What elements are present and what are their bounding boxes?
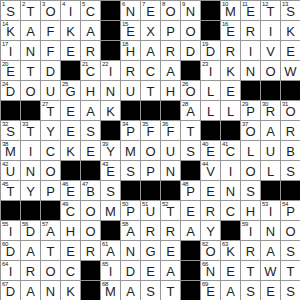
grid-cell[interactable]: A	[261, 121, 281, 141]
cell-letter: Y	[201, 225, 220, 239]
grid-cell[interactable]: E	[181, 201, 201, 221]
grid-cell[interactable]: 20E	[1, 61, 21, 81]
black-cell	[201, 1, 221, 21]
grid-cell[interactable]: K	[61, 141, 81, 161]
grid-cell[interactable]: 12T	[261, 1, 281, 21]
grid-cell[interactable]: 44V	[201, 161, 221, 181]
cell-letter: R	[81, 45, 100, 59]
grid-cell[interactable]: I	[241, 41, 261, 61]
cell-letter: K	[101, 105, 120, 119]
cell-letter: E	[221, 85, 240, 99]
grid-cell[interactable]: N	[161, 161, 181, 181]
grid-cell[interactable]: S	[241, 281, 261, 300]
grid-cell[interactable]: 64I	[1, 261, 21, 281]
grid-cell[interactable]: I	[261, 21, 281, 41]
grid-cell[interactable]: E	[161, 241, 181, 261]
cell-letter: E	[201, 145, 220, 159]
grid-cell[interactable]: R	[81, 241, 101, 261]
black-cell	[61, 61, 81, 81]
grid-cell[interactable]: D	[121, 261, 141, 281]
cell-letter: N	[181, 5, 200, 19]
grid-cell[interactable]: A	[81, 101, 101, 121]
grid-cell[interactable]: 33T	[21, 121, 41, 141]
cell-letter: N	[21, 165, 40, 179]
grid-cell[interactable]: O	[21, 81, 41, 101]
cell-letter: I	[201, 65, 220, 79]
grid-cell[interactable]: L	[201, 81, 221, 101]
grid-cell[interactable]: A	[121, 281, 141, 300]
grid-cell[interactable]: 9N	[181, 1, 201, 21]
grid-cell[interactable]: 2T	[21, 1, 41, 21]
grid-cell[interactable]: X	[141, 21, 161, 41]
grid-cell[interactable]: M	[101, 201, 121, 221]
cell-letter: I	[1, 265, 20, 279]
cell-letter: E	[61, 245, 80, 259]
cell-letter: U	[141, 205, 160, 219]
cell-letter: C	[61, 205, 80, 219]
grid-cell[interactable]: N	[21, 41, 41, 61]
grid-cell[interactable]: 8O	[161, 1, 181, 21]
cell-letter: I	[101, 265, 120, 279]
grid-cell[interactable]: F	[41, 41, 61, 61]
black-cell	[181, 261, 201, 281]
cell-letter: R	[221, 45, 240, 59]
grid-cell[interactable]: 29P	[241, 101, 261, 121]
cell-letter: R	[241, 245, 260, 259]
grid-cell[interactable]: 5C	[81, 1, 101, 21]
grid-cell[interactable]: 11E	[241, 1, 261, 21]
grid-cell[interactable]: 7E	[141, 1, 161, 21]
grid-cell[interactable]: S	[81, 121, 101, 141]
grid-cell[interactable]: R	[121, 61, 141, 81]
grid-cell[interactable]: R	[201, 201, 221, 221]
grid-cell[interactable]: O	[41, 261, 61, 281]
grid-cell[interactable]: 40E	[201, 141, 221, 161]
grid-cell[interactable]: U	[161, 141, 181, 161]
cell-letter: I	[241, 225, 260, 239]
cell-letter: H	[61, 225, 80, 239]
black-cell	[181, 61, 201, 81]
cell-letter: E	[261, 285, 280, 299]
grid-cell[interactable]: A	[21, 281, 41, 300]
grid-cell[interactable]: H	[161, 81, 181, 101]
grid-cell[interactable]: 60D	[1, 241, 21, 261]
cell-letter: L	[221, 105, 240, 119]
cell-letter: D	[1, 245, 20, 259]
grid-cell[interactable]: W	[261, 261, 281, 281]
grid-cell[interactable]: U	[41, 81, 61, 101]
cell-letter: A	[221, 285, 240, 299]
grid-cell[interactable]: 55I	[1, 221, 21, 241]
cell-letter: E	[161, 245, 180, 259]
cell-letter: W	[281, 65, 300, 79]
grid-cell[interactable]: R	[141, 221, 161, 241]
grid-cell[interactable]: D	[181, 41, 201, 61]
grid-cell[interactable]: A	[261, 241, 281, 261]
grid-cell[interactable]: 26O	[181, 81, 201, 101]
cell-letter: M	[101, 285, 120, 299]
grid-cell[interactable]: C	[61, 261, 81, 281]
cell-letter: R	[281, 125, 300, 139]
grid-cell[interactable]: L	[261, 161, 281, 181]
black-cell	[221, 121, 241, 141]
grid-cell[interactable]: 51U	[141, 201, 161, 221]
grid-cell[interactable]: 57A	[41, 221, 61, 241]
grid-cell[interactable]: R	[161, 221, 181, 241]
cell-letter: H	[161, 85, 180, 99]
cell-letter: E	[181, 205, 200, 219]
grid-cell[interactable]: K	[101, 101, 121, 121]
grid-cell[interactable]: N	[241, 61, 261, 81]
black-cell	[21, 201, 41, 221]
grid-cell[interactable]: 39Y	[101, 141, 121, 161]
grid-cell[interactable]: N	[41, 281, 61, 300]
grid-cell[interactable]: 10M	[221, 1, 241, 21]
grid-cell[interactable]: B	[281, 141, 300, 161]
grid-cell[interactable]: 54P	[281, 201, 300, 221]
grid-cell[interactable]: A	[221, 281, 241, 300]
cell-letter: E	[201, 185, 220, 199]
cell-letter: U	[161, 145, 180, 159]
cell-letter: P	[281, 205, 300, 219]
cell-letter: T	[281, 265, 300, 279]
grid-cell[interactable]: T	[241, 261, 261, 281]
cell-letter: R	[241, 25, 260, 39]
grid-cell[interactable]: 14K	[1, 21, 21, 41]
grid-cell[interactable]: R	[221, 41, 241, 61]
cell-letter: I	[241, 45, 260, 59]
grid-cell[interactable]: O	[261, 61, 281, 81]
grid-cell[interactable]: 35F	[141, 121, 161, 141]
cell-letter: U	[261, 145, 280, 159]
cell-letter: O	[81, 205, 100, 219]
grid-cell[interactable]: A	[21, 241, 41, 261]
cell-letter: I	[1, 45, 20, 59]
grid-cell[interactable]: H	[61, 221, 81, 241]
grid-cell[interactable]: 62O	[201, 241, 221, 261]
black-cell	[141, 181, 161, 201]
cell-letter: M	[121, 145, 140, 159]
grid-cell[interactable]: O	[181, 21, 201, 41]
cell-letter: O	[41, 165, 60, 179]
grid-cell[interactable]: E	[201, 181, 221, 201]
grid-cell[interactable]: I	[221, 161, 241, 181]
black-cell	[101, 21, 121, 41]
grid-cell[interactable]: 65I	[101, 261, 121, 281]
grid-cell[interactable]: A	[161, 61, 181, 81]
grid-cell[interactable]: 21C	[81, 61, 101, 81]
grid-cell[interactable]: 69E	[201, 281, 221, 300]
grid-cell[interactable]: T	[21, 61, 41, 81]
grid-cell[interactable]: E	[61, 121, 81, 141]
grid-cell[interactable]: M	[121, 141, 141, 161]
grid-cell[interactable]: T	[281, 261, 300, 281]
grid-cell[interactable]: E	[81, 141, 101, 161]
grid-cell[interactable]: 43E	[101, 161, 121, 181]
grid-cell[interactable]: S	[241, 181, 261, 201]
grid-cell[interactable]: 46E	[61, 181, 81, 201]
grid-cell[interactable]: V	[261, 41, 281, 61]
black-cell	[101, 41, 121, 61]
cell-letter: A	[261, 125, 280, 139]
grid-cell[interactable]: P	[161, 21, 181, 41]
cell-letter: N	[121, 245, 140, 259]
grid-cell[interactable]: 36F	[161, 121, 181, 141]
cell-letter: K	[1, 25, 20, 39]
grid-cell[interactable]: 25G	[61, 81, 81, 101]
cell-letter: T	[21, 65, 40, 79]
grid-cell[interactable]: T	[181, 121, 201, 141]
grid-cell[interactable]: F	[41, 21, 61, 41]
grid-cell[interactable]: 61A	[101, 241, 121, 261]
cell-letter: I	[221, 165, 240, 179]
grid-cell[interactable]: 23I	[201, 61, 221, 81]
cell-letter: Y	[41, 125, 60, 139]
grid-cell[interactable]: 27T	[41, 101, 61, 121]
grid-cell[interactable]: E	[261, 281, 281, 300]
grid-cell[interactable]: 32S	[1, 121, 21, 141]
grid-cell[interactable]: A	[161, 261, 181, 281]
grid-cell[interactable]: O	[41, 161, 61, 181]
cell-letter: I	[61, 5, 80, 19]
cell-letter: D	[1, 285, 20, 299]
grid-cell[interactable]: U	[261, 141, 281, 161]
grid-cell[interactable]: T	[161, 281, 181, 300]
cell-letter: O	[181, 85, 200, 99]
grid-cell[interactable]: 24D	[1, 81, 21, 101]
grid-cell[interactable]: N	[261, 221, 281, 241]
cell-letter: W	[261, 265, 280, 279]
cell-letter: O	[81, 225, 100, 239]
cell-letter: G	[141, 245, 160, 259]
grid-cell[interactable]: 53I	[261, 201, 281, 221]
grid-cell[interactable]: N	[101, 81, 121, 101]
cell-letter: S	[141, 285, 160, 299]
cell-letter: S	[81, 125, 100, 139]
cell-letter: R	[121, 65, 140, 79]
cell-letter: C	[221, 205, 240, 219]
grid-cell[interactable]: 31O	[281, 101, 300, 121]
cell-letter: N	[241, 65, 260, 79]
cell-letter: N	[41, 285, 60, 299]
grid-cell[interactable]: P	[41, 181, 61, 201]
grid-cell[interactable]: E	[61, 41, 81, 61]
grid-cell[interactable]: N	[121, 241, 141, 261]
grid-cell[interactable]: 66N	[201, 261, 221, 281]
grid-cell[interactable]: 30R	[261, 101, 281, 121]
cell-letter: A	[81, 25, 100, 39]
black-cell	[121, 181, 141, 201]
grid-cell[interactable]: S	[181, 141, 201, 161]
grid-cell[interactable]: R	[81, 41, 101, 61]
cell-letter: E	[1, 65, 20, 79]
grid-cell[interactable]: 38M	[1, 141, 21, 161]
cell-letter: T	[161, 285, 180, 299]
grid-cell[interactable]: 68M	[101, 281, 121, 300]
black-cell	[41, 201, 61, 221]
grid-cell[interactable]: A	[141, 41, 161, 61]
grid-cell[interactable]: Y	[21, 181, 41, 201]
grid-cell[interactable]: R	[281, 121, 300, 141]
black-cell	[261, 81, 281, 101]
cell-letter: A	[161, 65, 180, 79]
cell-letter: O	[41, 5, 60, 19]
cell-letter: T	[21, 125, 40, 139]
grid-cell[interactable]: U	[121, 81, 141, 101]
grid-cell[interactable]: E	[221, 261, 241, 281]
grid-cell[interactable]: K	[61, 281, 81, 300]
cell-letter: V	[261, 45, 280, 59]
grid-cell[interactable]: O	[141, 141, 161, 161]
grid-cell[interactable]: 45T	[1, 181, 21, 201]
grid-cell[interactable]: R	[161, 41, 181, 61]
grid-cell[interactable]: 63K	[221, 241, 241, 261]
cell-letter: I	[1, 225, 20, 239]
cell-letter: F	[41, 25, 60, 39]
grid-cell[interactable]: 50P	[121, 201, 141, 221]
cell-letter: D	[121, 265, 140, 279]
grid-cell[interactable]: 34P	[121, 121, 141, 141]
grid-cell[interactable]: C	[141, 61, 161, 81]
grid-cell[interactable]: A	[81, 21, 101, 41]
grid-cell[interactable]: D	[41, 61, 61, 81]
black-cell	[81, 161, 101, 181]
cell-letter: T	[181, 125, 200, 139]
black-cell	[181, 161, 201, 181]
grid-cell[interactable]: E	[61, 101, 81, 121]
grid-cell[interactable]: N	[21, 161, 41, 181]
grid-cell[interactable]: 6N	[121, 1, 141, 21]
grid-cell[interactable]: 4I	[61, 1, 81, 21]
cell-letter: K	[61, 145, 80, 159]
grid-cell[interactable]: 22I	[101, 61, 121, 81]
cell-letter: U	[41, 85, 60, 99]
black-cell	[21, 101, 41, 121]
grid-cell[interactable]: 52T	[161, 201, 181, 221]
grid-cell[interactable]: O	[81, 201, 101, 221]
cell-letter: C	[141, 65, 160, 79]
grid-cell[interactable]: L	[201, 101, 221, 121]
grid-cell[interactable]: 42U	[1, 161, 21, 181]
grid-cell[interactable]: L	[241, 141, 261, 161]
cell-letter: S	[241, 185, 260, 199]
grid-cell[interactable]: 1S	[1, 1, 21, 21]
grid-cell[interactable]: S	[281, 281, 300, 300]
grid-cell[interactable]: Y	[201, 221, 221, 241]
grid-cell[interactable]: K	[61, 21, 81, 41]
grid-cell[interactable]: N	[221, 181, 241, 201]
cell-letter: M	[1, 145, 20, 159]
grid-cell[interactable]: Y	[41, 121, 61, 141]
cell-letter: M	[101, 205, 120, 219]
grid-cell[interactable]: O	[81, 221, 101, 241]
grid-cell[interactable]: 56D	[21, 221, 41, 241]
cell-letter: I	[261, 25, 280, 39]
cell-letter: Y	[21, 185, 40, 199]
grid-cell[interactable]: E	[141, 261, 161, 281]
grid-cell[interactable]: 17I	[1, 41, 21, 61]
grid-cell[interactable]: 16E	[221, 21, 241, 41]
grid-cell[interactable]: P	[141, 161, 161, 181]
grid-cell[interactable]: T	[141, 81, 161, 101]
black-cell	[81, 261, 101, 281]
grid-cell[interactable]: C	[221, 201, 241, 221]
grid-cell[interactable]: 18H	[121, 41, 141, 61]
grid-cell[interactable]: A	[181, 221, 201, 241]
grid-cell[interactable]: 58A	[121, 221, 141, 241]
grid-cell[interactable]: K	[221, 61, 241, 81]
cell-letter: O	[241, 165, 260, 179]
cell-letter: S	[281, 165, 300, 179]
grid-cell[interactable]: 49C	[61, 201, 81, 221]
cell-letter: N	[101, 85, 120, 99]
grid-cell[interactable]: O	[281, 221, 300, 241]
cell-letter: E	[201, 285, 220, 299]
grid-cell[interactable]: A	[21, 21, 41, 41]
grid-cell[interactable]: 19D	[201, 41, 221, 61]
grid-cell[interactable]: R	[21, 261, 41, 281]
grid-cell[interactable]: S	[121, 161, 141, 181]
grid-cell[interactable]: I	[21, 141, 41, 161]
grid-cell[interactable]: 3O	[41, 1, 61, 21]
grid-cell[interactable]: T	[41, 241, 61, 261]
grid-cell[interactable]: G	[141, 241, 161, 261]
cell-letter: L	[261, 165, 280, 179]
black-cell	[181, 241, 201, 261]
cell-letter: L	[241, 145, 260, 159]
grid-cell[interactable]: 48P	[181, 181, 201, 201]
grid-cell[interactable]: H	[81, 81, 101, 101]
cell-letter: E	[141, 265, 160, 279]
grid-cell[interactable]: 15E	[121, 21, 141, 41]
grid-cell[interactable]: C	[41, 141, 61, 161]
grid-cell[interactable]: S	[281, 161, 300, 181]
cell-letter: T	[141, 85, 160, 99]
grid-cell[interactable]: 13S	[281, 1, 300, 21]
cell-letter: S	[281, 245, 300, 259]
cell-letter: O	[241, 125, 260, 139]
grid-cell[interactable]: S	[281, 241, 300, 261]
grid-cell[interactable]: W	[281, 61, 300, 81]
cell-letter: A	[141, 45, 160, 59]
cell-letter: R	[261, 105, 280, 119]
grid-cell[interactable]: 41C	[221, 141, 241, 161]
grid-cell[interactable]: O	[241, 161, 261, 181]
cell-letter: C	[41, 145, 60, 159]
black-cell	[101, 221, 121, 241]
grid-cell[interactable]: R	[241, 241, 261, 261]
grid-cell[interactable]: 37O	[241, 121, 261, 141]
grid-cell[interactable]: 28A	[181, 101, 201, 121]
grid-cell[interactable]: R	[241, 21, 261, 41]
grid-cell[interactable]: E	[61, 241, 81, 261]
grid-cell[interactable]: H	[241, 201, 261, 221]
grid-cell[interactable]: S	[101, 181, 121, 201]
cell-letter: R	[201, 205, 220, 219]
black-cell	[1, 201, 21, 221]
grid-cell[interactable]: 47B	[81, 181, 101, 201]
cell-letter: S	[281, 285, 300, 299]
grid-cell[interactable]: L	[221, 101, 241, 121]
cell-letter: K	[61, 25, 80, 39]
cell-letter: C	[81, 5, 100, 19]
grid-cell[interactable]: 59I	[241, 221, 261, 241]
grid-cell[interactable]: 67D	[1, 281, 21, 300]
grid-cell[interactable]: E	[281, 41, 300, 61]
grid-cell[interactable]: E	[221, 81, 241, 101]
grid-cell[interactable]: S	[141, 281, 161, 300]
grid-cell[interactable]: K	[281, 21, 300, 41]
